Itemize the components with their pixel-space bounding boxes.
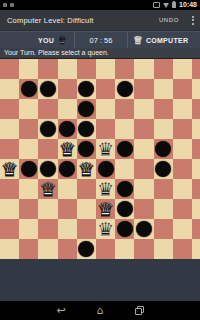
board-square[interactable] — [19, 199, 38, 219]
board-square[interactable] — [58, 239, 77, 259]
board-square[interactable] — [19, 159, 38, 179]
board-square[interactable] — [0, 139, 19, 159]
board-square[interactable] — [192, 239, 200, 259]
arrow-blocked-square — [40, 81, 56, 97]
board-square[interactable] — [0, 179, 19, 199]
arrow-blocked-square — [40, 121, 56, 137]
arrow-blocked-square — [21, 81, 37, 97]
computer-label: COMPUTER — [146, 37, 188, 44]
board-square[interactable] — [58, 219, 77, 239]
board-square[interactable] — [58, 119, 77, 139]
arrow-blocked-square — [136, 221, 152, 237]
board-square[interactable]: ♛ — [96, 199, 115, 219]
android-nav-bar: ↩ ⌂ — [0, 301, 200, 320]
board-square[interactable] — [154, 159, 173, 179]
board-square[interactable] — [77, 219, 96, 239]
wifi-icon — [163, 3, 169, 8]
recents-button[interactable] — [135, 306, 144, 315]
white-amazon-piece[interactable]: ♛ — [59, 139, 76, 159]
board-square[interactable] — [38, 199, 57, 219]
board-square[interactable] — [19, 59, 38, 79]
board-square[interactable] — [38, 119, 57, 139]
board-grid: ♛♛♛♛♛♛♛♛ — [0, 59, 200, 259]
black-amazon-piece[interactable]: ♛ — [97, 139, 114, 159]
board-square[interactable] — [134, 199, 153, 219]
board-square[interactable]: ♛ — [96, 139, 115, 159]
board-square[interactable] — [0, 59, 19, 79]
board-square[interactable]: ♛ — [0, 159, 19, 179]
android-status-bar: 10:48 — [0, 0, 200, 10]
board-square[interactable] — [115, 139, 134, 159]
white-amazon-piece[interactable]: ♛ — [78, 159, 95, 179]
board-square[interactable] — [0, 219, 19, 239]
board-square[interactable] — [58, 99, 77, 119]
board-square[interactable] — [77, 99, 96, 119]
board-square[interactable] — [115, 199, 134, 219]
board-square[interactable] — [154, 59, 173, 79]
app-bar: Computer Level: Difficult UNDO — [0, 10, 200, 31]
arrow-blocked-square — [78, 141, 94, 157]
board-square[interactable] — [154, 199, 173, 219]
board-square[interactable] — [173, 79, 192, 99]
board-square[interactable] — [19, 119, 38, 139]
board-square[interactable] — [134, 59, 153, 79]
white-amazon-piece[interactable]: ♛ — [39, 179, 56, 199]
board-square[interactable] — [115, 239, 134, 259]
arrow-blocked-square — [155, 161, 171, 177]
board-square[interactable] — [38, 99, 57, 119]
board-square[interactable] — [154, 179, 173, 199]
board-square[interactable]: ♛ — [96, 219, 115, 239]
app-screen: 10:48 Computer Level: Difficult UNDO YOU… — [0, 0, 200, 320]
white-queen-icon: ♛ — [57, 35, 67, 46]
board-square[interactable] — [58, 199, 77, 219]
turn-message: Your Turn. Please select a queen. — [4, 48, 200, 58]
board-square[interactable] — [96, 79, 115, 99]
board-square[interactable] — [115, 119, 134, 139]
timer-value: 07 : 56 — [90, 36, 113, 45]
board-square[interactable] — [134, 159, 153, 179]
arrow-blocked-square — [117, 141, 133, 157]
arrow-blocked-square — [59, 121, 75, 137]
board-square[interactable]: ♛ — [38, 179, 57, 199]
board-square[interactable] — [19, 79, 38, 99]
board-square[interactable] — [0, 199, 19, 219]
board-square[interactable] — [19, 179, 38, 199]
arrow-blocked-square — [155, 141, 171, 157]
board-square[interactable] — [58, 179, 77, 199]
board-square[interactable] — [58, 159, 77, 179]
board-square[interactable] — [173, 179, 192, 199]
board-square[interactable] — [192, 199, 200, 219]
board-square[interactable] — [19, 99, 38, 119]
board-square[interactable] — [115, 79, 134, 99]
game-timer: 07 : 56 — [74, 32, 128, 48]
board-square[interactable] — [77, 59, 96, 79]
board-square[interactable] — [192, 159, 200, 179]
board-square[interactable] — [38, 59, 57, 79]
board-square[interactable] — [192, 99, 200, 119]
overflow-menu-icon[interactable] — [192, 16, 194, 25]
footer-area — [0, 259, 200, 301]
board-square[interactable] — [154, 219, 173, 239]
notification-icon — [10, 3, 14, 7]
board-square[interactable] — [58, 59, 77, 79]
board-square[interactable] — [77, 139, 96, 159]
home-button[interactable]: ⌂ — [97, 301, 104, 320]
you-panel: YOU ♛ — [0, 32, 74, 48]
board-square[interactable] — [173, 59, 192, 79]
board-square[interactable] — [173, 199, 192, 219]
computer-panel: ♛ COMPUTER — [128, 32, 200, 48]
board-square[interactable] — [192, 59, 200, 79]
arrow-blocked-square — [117, 221, 133, 237]
player-bar: YOU ♛ 07 : 56 ♛ COMPUTER — [0, 31, 200, 48]
black-queen-icon: ♛ — [133, 35, 143, 46]
board-square[interactable] — [173, 119, 192, 139]
board-square[interactable] — [115, 159, 134, 179]
board-square[interactable] — [134, 99, 153, 119]
board-square[interactable] — [134, 119, 153, 139]
board-square[interactable] — [134, 239, 153, 259]
board-square[interactable] — [58, 79, 77, 99]
board-square[interactable] — [38, 139, 57, 159]
board-square[interactable] — [38, 79, 57, 99]
board-square[interactable] — [96, 119, 115, 139]
board-square[interactable] — [192, 119, 200, 139]
board-square[interactable] — [115, 59, 134, 79]
battery-icon — [172, 2, 176, 8]
board-square[interactable] — [19, 239, 38, 259]
board-square[interactable] — [173, 139, 192, 159]
board-square[interactable] — [192, 219, 200, 239]
board-square[interactable] — [96, 59, 115, 79]
clock-text: 10:48 — [179, 0, 197, 10]
you-label: YOU — [38, 37, 54, 44]
board-square[interactable] — [77, 119, 96, 139]
board-square[interactable] — [0, 239, 19, 259]
arrow-blocked-square — [78, 241, 94, 257]
arrow-blocked-square — [78, 101, 94, 117]
cast-icon — [153, 2, 160, 8]
arrow-blocked-square — [117, 201, 133, 217]
back-button[interactable]: ↩ — [56, 301, 65, 320]
undo-button[interactable]: UNDO — [154, 14, 184, 26]
board-square[interactable] — [38, 159, 57, 179]
arrow-blocked-square — [117, 181, 133, 197]
arrow-blocked-square — [21, 161, 37, 177]
arrow-blocked-square — [117, 81, 133, 97]
board-square[interactable] — [115, 99, 134, 119]
board-square[interactable] — [192, 79, 200, 99]
board-square[interactable]: ♛ — [58, 139, 77, 159]
notification-icon — [3, 3, 7, 7]
board-square[interactable] — [0, 99, 19, 119]
board-square[interactable] — [154, 119, 173, 139]
board-square[interactable]: ♛ — [77, 159, 96, 179]
board-square[interactable] — [173, 219, 192, 239]
arrow-blocked-square — [98, 161, 114, 177]
board-square[interactable] — [115, 219, 134, 239]
board-square[interactable] — [192, 139, 200, 159]
board-square[interactable] — [115, 179, 134, 199]
board-square[interactable] — [77, 179, 96, 199]
board-square[interactable] — [173, 159, 192, 179]
board-square[interactable] — [134, 179, 153, 199]
board-square[interactable] — [38, 219, 57, 239]
board-square[interactable] — [19, 139, 38, 159]
board-square[interactable] — [0, 119, 19, 139]
board-square[interactable] — [154, 239, 173, 259]
board-square[interactable] — [173, 239, 192, 259]
board-square[interactable] — [96, 239, 115, 259]
white-amazon-piece[interactable]: ♛ — [1, 159, 18, 179]
black-amazon-piece[interactable]: ♛ — [97, 219, 114, 239]
board-square[interactable] — [192, 179, 200, 199]
white-amazon-piece[interactable]: ♛ — [97, 199, 114, 219]
board-square[interactable] — [19, 219, 38, 239]
black-amazon-piece[interactable]: ♛ — [97, 179, 114, 199]
board-square[interactable] — [38, 239, 57, 259]
board-square[interactable] — [134, 79, 153, 99]
board-square[interactable] — [0, 79, 19, 99]
board-square[interactable] — [77, 79, 96, 99]
board-square[interactable] — [154, 139, 173, 159]
message-bar: Your Turn. Please select a queen. — [0, 48, 200, 59]
board-square[interactable] — [77, 239, 96, 259]
board-square[interactable]: ♛ — [96, 179, 115, 199]
board-square[interactable] — [134, 139, 153, 159]
arrow-blocked-square — [40, 161, 56, 177]
board: ♛♛♛♛♛♛♛♛ — [0, 59, 200, 259]
arrow-blocked-square — [78, 121, 94, 137]
board-square[interactable] — [96, 99, 115, 119]
computer-level-title: Computer Level: Difficult — [7, 16, 94, 25]
board-square[interactable] — [154, 79, 173, 99]
board-square[interactable] — [77, 199, 96, 219]
board-square[interactable] — [173, 99, 192, 119]
arrow-blocked-square — [78, 81, 94, 97]
board-square[interactable] — [154, 99, 173, 119]
board-square[interactable] — [96, 159, 115, 179]
board-square[interactable] — [134, 219, 153, 239]
arrow-blocked-square — [59, 161, 75, 177]
